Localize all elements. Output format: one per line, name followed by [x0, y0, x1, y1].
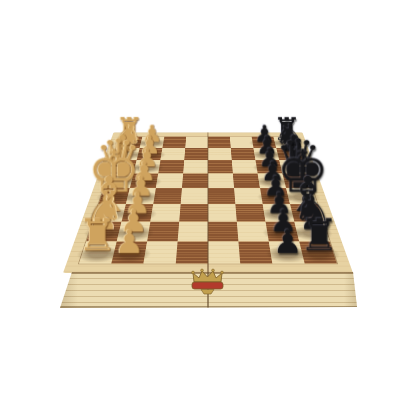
square-c5[interactable]: [208, 160, 233, 173]
square-h5[interactable]: [208, 241, 240, 263]
square-h4[interactable]: [176, 241, 208, 263]
square-d3[interactable]: [156, 173, 183, 188]
square-f3[interactable]: [150, 204, 180, 222]
square-e6[interactable]: [234, 188, 263, 204]
piece-white-pawn[interactable]: ♟: [114, 226, 143, 257]
square-b5[interactable]: [208, 148, 232, 160]
square-d5[interactable]: [208, 173, 234, 188]
square-a3[interactable]: [162, 137, 186, 148]
piece-black-pawn[interactable]: ♟: [273, 226, 302, 257]
board-fold-seam: [207, 133, 209, 273]
square-e5[interactable]: [208, 188, 235, 204]
piece-black-rook[interactable]: ♜: [299, 215, 339, 257]
square-a5[interactable]: [208, 137, 231, 148]
square-c4[interactable]: [183, 160, 208, 173]
square-e4[interactable]: [181, 188, 208, 204]
square-d4[interactable]: [182, 173, 208, 188]
square-c6[interactable]: [232, 160, 258, 173]
square-f6[interactable]: [235, 204, 265, 222]
square-a4[interactable]: [185, 137, 208, 148]
crown-logo-icon: [189, 268, 226, 296]
square-d6[interactable]: [233, 173, 260, 188]
square-h3[interactable]: [144, 241, 178, 263]
chess-set-photo: ♜♟♟♜♞♟♟♞♝♟♟♝♛♟♟♛♚♟♟♚♝♟♟♝♞♟♟♞♜♟♟♜: [0, 0, 416, 416]
square-e3[interactable]: [153, 188, 182, 204]
board-surface: ♜♟♟♜♞♟♟♞♝♟♟♝♛♟♟♛♚♟♟♚♝♟♟♝♞♟♟♞♜♟♟♜: [63, 133, 353, 273]
square-g5[interactable]: [208, 222, 238, 242]
square-f4[interactable]: [179, 204, 208, 222]
square-b4[interactable]: [184, 148, 208, 160]
square-g4[interactable]: [178, 222, 208, 242]
square-c3[interactable]: [158, 160, 184, 173]
square-g3[interactable]: [147, 222, 179, 242]
square-h8[interactable]: ♜: [299, 241, 337, 263]
square-h6[interactable]: [238, 241, 272, 263]
piece-white-rook[interactable]: ♜: [77, 215, 117, 257]
square-b6[interactable]: [231, 148, 256, 160]
square-g6[interactable]: [237, 222, 269, 242]
square-f5[interactable]: [208, 204, 237, 222]
square-a6[interactable]: [230, 137, 254, 148]
square-b3[interactable]: [160, 148, 185, 160]
